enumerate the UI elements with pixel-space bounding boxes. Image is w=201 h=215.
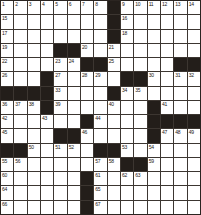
- cell-r8c14[interactable]: [174, 101, 186, 114]
- cell-r5c5[interactable]: 23: [54, 58, 66, 71]
- clue-number: 5: [55, 1, 57, 7]
- cell-r7c7[interactable]: [81, 87, 93, 100]
- cell-r11c11[interactable]: [134, 144, 146, 157]
- cell-r3c14[interactable]: [174, 30, 186, 43]
- cell-r1c8[interactable]: 8: [94, 1, 106, 14]
- clue-number: 61: [95, 172, 100, 178]
- cell-r7c12[interactable]: [148, 87, 160, 100]
- black-cell-r9c12: [148, 115, 160, 128]
- cell-r5c6[interactable]: 24: [68, 58, 80, 71]
- cell-r2c2[interactable]: [14, 15, 26, 28]
- clue-number: 27: [55, 72, 60, 78]
- black-cell-r4c5: [54, 44, 66, 57]
- cell-r8c5[interactable]: 39: [54, 101, 66, 114]
- black-cell-r9c7: [81, 115, 93, 128]
- cell-r3c4[interactable]: [41, 30, 53, 43]
- cell-r5c3[interactable]: [28, 58, 40, 71]
- black-cell-r14c7: [81, 186, 93, 199]
- clue-number: 21: [109, 44, 114, 50]
- cell-r1c6[interactable]: 6: [68, 1, 80, 14]
- cell-r1c15[interactable]: 14: [188, 1, 200, 14]
- cell-r6c12[interactable]: 30: [148, 72, 160, 85]
- cell-r3c10[interactable]: 18: [121, 30, 133, 43]
- cell-r6c5[interactable]: 27: [54, 72, 66, 85]
- cell-r4c15[interactable]: [188, 44, 200, 57]
- black-cell-r7c1: [1, 87, 13, 100]
- cell-r9c10[interactable]: [121, 115, 133, 128]
- cell-r12c8[interactable]: 57: [94, 158, 106, 171]
- black-cell-r5c8: [94, 58, 106, 71]
- black-cell-r10c5: [54, 129, 66, 142]
- cell-r8c6[interactable]: [68, 101, 80, 114]
- cell-r10c1[interactable]: 45: [1, 129, 13, 142]
- cell-r14c15[interactable]: [188, 186, 200, 199]
- black-cell-r7c2: [14, 87, 26, 100]
- cell-r6c6[interactable]: [68, 72, 80, 85]
- cell-r10c9[interactable]: [108, 129, 120, 142]
- clue-number: 41: [162, 101, 167, 107]
- cell-r1c5[interactable]: 5: [54, 1, 66, 14]
- cell-r15c12[interactable]: [148, 201, 160, 214]
- cell-r2c6[interactable]: [68, 15, 80, 28]
- clue-number: 24: [69, 58, 74, 64]
- clue-number: 62: [122, 172, 127, 178]
- cell-r2c10[interactable]: 16: [121, 15, 133, 28]
- cell-r2c11[interactable]: [134, 15, 146, 28]
- cell-r13c12[interactable]: [148, 172, 160, 185]
- cell-r8c2[interactable]: 37: [14, 101, 26, 114]
- clue-number: 8: [95, 1, 97, 7]
- clue-number: 19: [2, 44, 7, 50]
- cell-r13c3[interactable]: [28, 172, 40, 185]
- cell-r5c4[interactable]: [41, 58, 53, 71]
- clue-number: 66: [2, 201, 7, 207]
- clue-number: 10: [135, 1, 140, 7]
- cell-r15c1[interactable]: 66: [1, 201, 13, 214]
- clue-number: 16: [122, 15, 127, 21]
- crossword-grid: 1234567891011121314151617181920212223242…: [0, 0, 201, 215]
- cell-r6c14[interactable]: 31: [174, 72, 186, 85]
- cell-r5c2[interactable]: [14, 58, 26, 71]
- black-cell-r3c9: [108, 30, 120, 43]
- cell-r9c4[interactable]: 43: [41, 115, 53, 128]
- cell-r8c1[interactable]: 36: [1, 101, 13, 114]
- cell-r8c3[interactable]: 38: [28, 101, 40, 114]
- black-cell-r6c10: [121, 72, 133, 85]
- cell-r10c13[interactable]: 47: [161, 129, 173, 142]
- cell-r5c9[interactable]: 25: [108, 58, 120, 71]
- cell-r11c4[interactable]: [41, 144, 53, 157]
- cell-r10c2[interactable]: [14, 129, 26, 142]
- cell-r4c4[interactable]: [41, 44, 53, 57]
- cell-r15c15[interactable]: [188, 201, 200, 214]
- cell-r11c13[interactable]: [161, 144, 173, 157]
- black-cell-r6c11: [134, 72, 146, 85]
- clue-number: 65: [95, 186, 100, 192]
- black-cell-r11c1: [1, 144, 13, 157]
- black-cell-r12c10: [121, 158, 133, 171]
- cell-r1c4[interactable]: 4: [41, 1, 53, 14]
- cell-r2c8[interactable]: [94, 15, 106, 28]
- cell-r10c14[interactable]: 48: [174, 129, 186, 142]
- black-cell-r13c7: [81, 172, 93, 185]
- cell-r12c14[interactable]: [174, 158, 186, 171]
- clue-number: 23: [55, 58, 60, 64]
- cell-r6c7[interactable]: 28: [81, 72, 93, 85]
- clue-number: 25: [109, 58, 114, 64]
- clue-number: 12: [162, 1, 167, 7]
- cell-r4c9[interactable]: 21: [108, 44, 120, 57]
- cell-r2c1[interactable]: 15: [1, 15, 13, 28]
- cell-r14c2[interactable]: [14, 186, 26, 199]
- clue-number: 17: [2, 30, 7, 36]
- cell-r3c3[interactable]: [28, 30, 40, 43]
- black-cell-r5c15: [188, 58, 200, 71]
- cell-r14c14[interactable]: [174, 186, 186, 199]
- cell-r10c15[interactable]: 49: [188, 129, 200, 142]
- cell-r5c12[interactable]: [148, 58, 160, 71]
- cell-r2c7[interactable]: [81, 15, 93, 28]
- cell-r15c8[interactable]: 67: [94, 201, 106, 214]
- cell-r8c8[interactable]: [94, 101, 106, 114]
- cell-r1c14[interactable]: 13: [174, 1, 186, 14]
- cell-r3c13[interactable]: [161, 30, 173, 43]
- cell-r3c12[interactable]: [148, 30, 160, 43]
- cell-r15c9[interactable]: [108, 201, 120, 214]
- cell-r15c13[interactable]: [161, 201, 173, 214]
- clue-number: 32: [189, 72, 194, 78]
- cell-r15c6[interactable]: [68, 201, 80, 214]
- black-cell-r8c12: [148, 101, 160, 114]
- cell-r5c11[interactable]: [134, 58, 146, 71]
- cell-r3c15[interactable]: [188, 30, 200, 43]
- cell-r13c10[interactable]: 62: [121, 172, 133, 185]
- black-cell-r9c14: [174, 115, 186, 128]
- cell-r5c13[interactable]: [161, 58, 173, 71]
- clue-number: 50: [29, 144, 34, 150]
- clue-number: 31: [175, 72, 180, 78]
- cell-r9c6[interactable]: [68, 115, 80, 128]
- cell-r9c5[interactable]: [54, 115, 66, 128]
- cell-r13c15[interactable]: [188, 172, 200, 185]
- cell-r14c13[interactable]: [161, 186, 173, 199]
- clue-number: 1: [2, 1, 4, 7]
- cell-r7c6[interactable]: [68, 87, 80, 100]
- clue-number: 30: [149, 72, 154, 78]
- cell-r14c9[interactable]: [108, 186, 120, 199]
- cell-r13c4[interactable]: [41, 172, 53, 185]
- cell-r12c3[interactable]: [28, 158, 40, 171]
- black-cell-r10c6: [68, 129, 80, 142]
- cell-r3c11[interactable]: [134, 30, 146, 43]
- cell-r7c5[interactable]: 33: [54, 87, 66, 100]
- clue-number: 22: [2, 58, 7, 64]
- black-cell-r1c9: [108, 1, 120, 14]
- clue-number: 57: [95, 158, 100, 164]
- black-cell-r15c7: [81, 201, 93, 214]
- cell-r7c13[interactable]: [161, 87, 173, 100]
- cell-r8c7[interactable]: [81, 101, 93, 114]
- cell-r15c14[interactable]: [174, 201, 186, 214]
- black-cell-r2c9: [108, 15, 120, 28]
- cell-r12c12[interactable]: 59: [148, 158, 160, 171]
- cell-r5c1[interactable]: 22: [1, 58, 13, 71]
- cell-r14c1[interactable]: 64: [1, 186, 13, 199]
- cell-r2c14[interactable]: [174, 15, 186, 28]
- black-cell-r5c14: [174, 58, 186, 71]
- cell-r12c5[interactable]: [54, 158, 66, 171]
- black-cell-r7c4: [41, 87, 53, 100]
- cell-r6c8[interactable]: 29: [94, 72, 106, 85]
- clue-number: 6: [69, 1, 71, 7]
- clue-number: 26: [2, 72, 7, 78]
- black-cell-r7c3: [28, 87, 40, 100]
- cell-r10c11[interactable]: [134, 129, 146, 142]
- cell-r6c2[interactable]: [14, 72, 26, 85]
- cell-r3c1[interactable]: 17: [1, 30, 13, 43]
- clue-number: 29: [95, 72, 100, 78]
- cell-r13c2[interactable]: [14, 172, 26, 185]
- cell-r9c11[interactable]: [134, 115, 146, 128]
- clue-number: 44: [95, 115, 100, 121]
- cell-r13c14[interactable]: [174, 172, 186, 185]
- cell-r9c2[interactable]: [14, 115, 26, 128]
- cell-r4c1[interactable]: 19: [1, 44, 13, 57]
- cell-r12c15[interactable]: [188, 158, 200, 171]
- cell-r15c3[interactable]: [28, 201, 40, 214]
- black-cell-r11c9: [108, 144, 120, 157]
- clue-number: 36: [2, 101, 7, 107]
- cell-r7c15[interactable]: [188, 87, 200, 100]
- clue-number: 15: [2, 15, 7, 21]
- cell-r15c4[interactable]: [41, 201, 53, 214]
- cell-r14c10[interactable]: [121, 186, 133, 199]
- cell-r13c9[interactable]: [108, 172, 120, 185]
- clue-number: 40: [109, 101, 114, 107]
- clue-number: 14: [189, 1, 194, 7]
- cell-r7c8[interactable]: [94, 87, 106, 100]
- clue-number: 9: [122, 1, 124, 7]
- cell-r12c13[interactable]: [161, 158, 173, 171]
- cell-r11c10[interactable]: 53: [121, 144, 133, 157]
- clue-number: 47: [162, 129, 167, 135]
- black-cell-r10c12: [148, 129, 160, 142]
- clue-number: 7: [82, 1, 84, 7]
- cell-r12c9[interactable]: 58: [108, 158, 120, 171]
- cell-r4c13[interactable]: [161, 44, 173, 57]
- black-cell-r12c11: [134, 158, 146, 171]
- clue-number: 20: [82, 44, 87, 50]
- clue-number: 60: [2, 172, 7, 178]
- cell-r9c9[interactable]: [108, 115, 120, 128]
- cell-r8c11[interactable]: [134, 101, 146, 114]
- cell-r4c7[interactable]: 20: [81, 44, 93, 57]
- cell-r12c7[interactable]: [81, 158, 93, 171]
- clue-number: 49: [189, 129, 194, 135]
- cell-r13c5[interactable]: [54, 172, 66, 185]
- cell-r14c4[interactable]: [41, 186, 53, 199]
- cell-r6c3[interactable]: [28, 72, 40, 85]
- cell-r1c11[interactable]: 10: [134, 1, 146, 14]
- cell-r15c5[interactable]: [54, 201, 66, 214]
- black-cell-r9c13: [161, 115, 173, 128]
- cell-r14c11[interactable]: [134, 186, 146, 199]
- clue-number: 2: [15, 1, 17, 7]
- clue-number: 3: [29, 1, 31, 7]
- cell-r15c2[interactable]: [14, 201, 26, 214]
- cell-r11c6[interactable]: 52: [68, 144, 80, 157]
- clue-number: 52: [69, 144, 74, 150]
- clue-number: 58: [109, 158, 114, 164]
- clue-number: 54: [149, 144, 154, 150]
- cell-r10c3[interactable]: [28, 129, 40, 142]
- clue-number: 18: [122, 30, 127, 36]
- cell-r13c6[interactable]: [68, 172, 80, 185]
- clue-number: 56: [15, 158, 20, 164]
- clue-number: 59: [149, 158, 154, 164]
- cell-r6c9[interactable]: [108, 72, 120, 85]
- cell-r11c3[interactable]: 50: [28, 144, 40, 157]
- cell-r2c3[interactable]: [28, 15, 40, 28]
- clue-number: 45: [2, 129, 7, 135]
- clue-number: 33: [55, 87, 60, 93]
- clue-number: 64: [2, 186, 7, 192]
- cell-r8c10[interactable]: [121, 101, 133, 114]
- cell-r10c4[interactable]: [41, 129, 53, 142]
- cell-r6c13[interactable]: [161, 72, 173, 85]
- clue-number: 35: [135, 87, 140, 93]
- clue-number: 43: [42, 115, 47, 121]
- clue-number: 67: [95, 201, 100, 207]
- cell-r8c15[interactable]: [188, 101, 200, 114]
- cell-r14c3[interactable]: [28, 186, 40, 199]
- cell-r13c8[interactable]: 61: [94, 172, 106, 185]
- cell-r7c10[interactable]: 34: [121, 87, 133, 100]
- cell-r11c5[interactable]: 51: [54, 144, 66, 157]
- cell-r1c10[interactable]: 9: [121, 1, 133, 14]
- cell-r1c2[interactable]: 2: [14, 1, 26, 14]
- cell-r12c1[interactable]: 55: [1, 158, 13, 171]
- clue-number: 34: [122, 87, 127, 93]
- cell-r4c2[interactable]: [14, 44, 26, 57]
- black-cell-r6c4: [41, 72, 53, 85]
- cell-r12c6[interactable]: [68, 158, 80, 171]
- cell-r3c8[interactable]: [94, 30, 106, 43]
- clue-number: 4: [42, 1, 44, 7]
- cell-r5c10[interactable]: [121, 58, 133, 71]
- cell-r14c6[interactable]: [68, 186, 80, 199]
- clue-number: 39: [55, 101, 60, 107]
- clue-number: 55: [2, 158, 7, 164]
- cell-r10c7[interactable]: 46: [81, 129, 93, 142]
- cell-r4c3[interactable]: [28, 44, 40, 57]
- cell-r1c1[interactable]: 1: [1, 1, 13, 14]
- clue-number: 37: [15, 101, 20, 107]
- cell-r11c7[interactable]: [81, 144, 93, 157]
- clue-number: 38: [29, 101, 34, 107]
- cell-r3c7[interactable]: [81, 30, 93, 43]
- black-cell-r8c4: [41, 101, 53, 114]
- cell-r13c1[interactable]: 60: [1, 172, 13, 185]
- cell-r10c10[interactable]: [121, 129, 133, 142]
- clue-number: 48: [175, 129, 180, 135]
- cell-r11c12[interactable]: 54: [148, 144, 160, 157]
- cell-r14c5[interactable]: [54, 186, 66, 199]
- cell-r1c13[interactable]: 12: [161, 1, 173, 14]
- clue-number: 42: [2, 115, 7, 121]
- cell-r14c12[interactable]: [148, 186, 160, 199]
- cell-r11c14[interactable]: [174, 144, 186, 157]
- black-cell-r7c9: [108, 87, 120, 100]
- cell-r12c2[interactable]: 56: [14, 158, 26, 171]
- cell-r15c10[interactable]: [121, 201, 133, 214]
- cell-r3c2[interactable]: [14, 30, 26, 43]
- black-cell-r4c6: [68, 44, 80, 57]
- black-cell-r9c15: [188, 115, 200, 128]
- clue-number: 28: [82, 72, 87, 78]
- clue-number: 63: [135, 172, 140, 178]
- cell-r8c13[interactable]: 41: [161, 101, 173, 114]
- black-cell-r11c2: [14, 144, 26, 157]
- cell-r4c12[interactable]: [148, 44, 160, 57]
- cell-r3c6[interactable]: [68, 30, 80, 43]
- cell-r10c8[interactable]: [94, 129, 106, 142]
- cell-r8c9[interactable]: 40: [108, 101, 120, 114]
- cell-r4c8[interactable]: [94, 44, 106, 57]
- cell-r6c15[interactable]: 32: [188, 72, 200, 85]
- cell-r1c3[interactable]: 3: [28, 1, 40, 14]
- cell-r4c11[interactable]: [134, 44, 146, 57]
- cell-r9c1[interactable]: 42: [1, 115, 13, 128]
- cell-r6c1[interactable]: 26: [1, 72, 13, 85]
- cell-r4c10[interactable]: [121, 44, 133, 57]
- cell-r13c11[interactable]: 63: [134, 172, 146, 185]
- cell-r2c4[interactable]: [41, 15, 53, 28]
- cell-r14c8[interactable]: 65: [94, 186, 106, 199]
- cell-r13c13[interactable]: [161, 172, 173, 185]
- clue-number: 13: [175, 1, 180, 7]
- cell-r11c15[interactable]: [188, 144, 200, 157]
- cell-r9c8[interactable]: 44: [94, 115, 106, 128]
- cell-r1c7[interactable]: 7: [81, 1, 93, 14]
- clue-number: 46: [82, 129, 87, 135]
- black-cell-r5c7: [81, 58, 93, 71]
- cell-r4c14[interactable]: [174, 44, 186, 57]
- cell-r7c14[interactable]: [174, 87, 186, 100]
- cell-r2c5[interactable]: [54, 15, 66, 28]
- cell-r15c11[interactable]: [134, 201, 146, 214]
- cell-r2c13[interactable]: [161, 15, 173, 28]
- cell-r2c15[interactable]: [188, 15, 200, 28]
- clue-number: 53: [122, 144, 127, 150]
- cell-r1c12[interactable]: 11: [148, 1, 160, 14]
- cell-r2c12[interactable]: [148, 15, 160, 28]
- cell-r3c5[interactable]: [54, 30, 66, 43]
- cell-r9c3[interactable]: [28, 115, 40, 128]
- cell-r12c4[interactable]: [41, 158, 53, 171]
- clue-number: 51: [55, 144, 60, 150]
- clue-number: 11: [149, 1, 154, 7]
- black-cell-r11c8: [94, 144, 106, 157]
- cell-r7c11[interactable]: 35: [134, 87, 146, 100]
